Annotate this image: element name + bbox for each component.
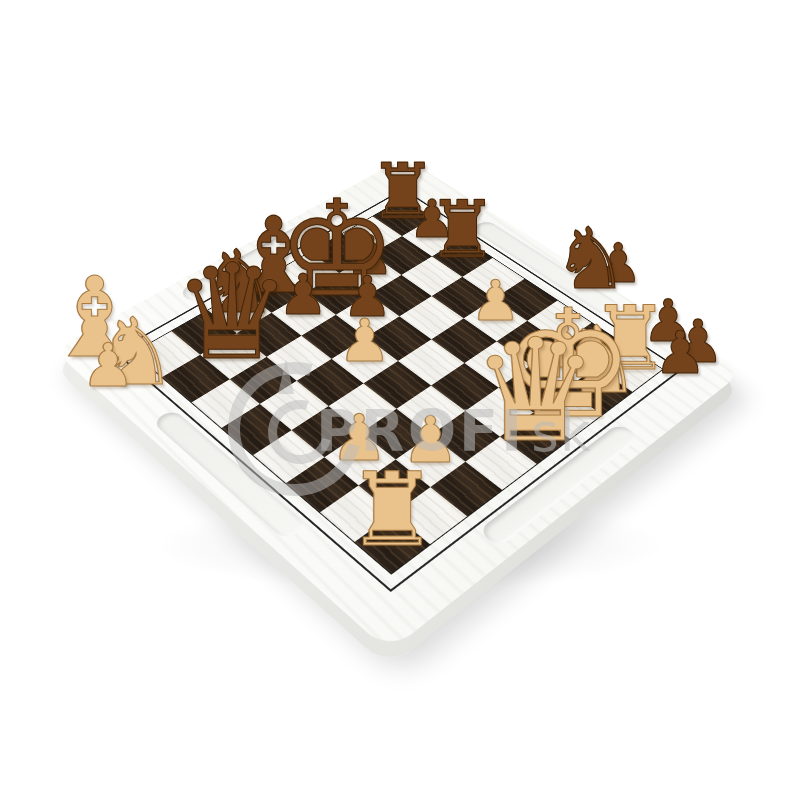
piece-black-p-captured-right[interactable]: ♟ (654, 323, 707, 382)
piece-white-q-e1[interactable]: ♛ (472, 320, 599, 462)
piece-white-p-captured-left[interactable]: ♟ (81, 335, 135, 395)
stage: ♞♝♜♛♟♚♟♟♟♜♟♟♟♟♟♜♛♚♞♜♝♟♞♞♟♟♟♟ PROFIsk (0, 0, 800, 800)
piece-black-r-h6[interactable]: ♜ (427, 191, 498, 270)
piece-white-r-a1[interactable]: ♜ (347, 459, 438, 561)
piece-black-q-b7[interactable]: ♛ (173, 246, 291, 378)
piece-white-p-d5[interactable]: ♟ (338, 311, 391, 370)
